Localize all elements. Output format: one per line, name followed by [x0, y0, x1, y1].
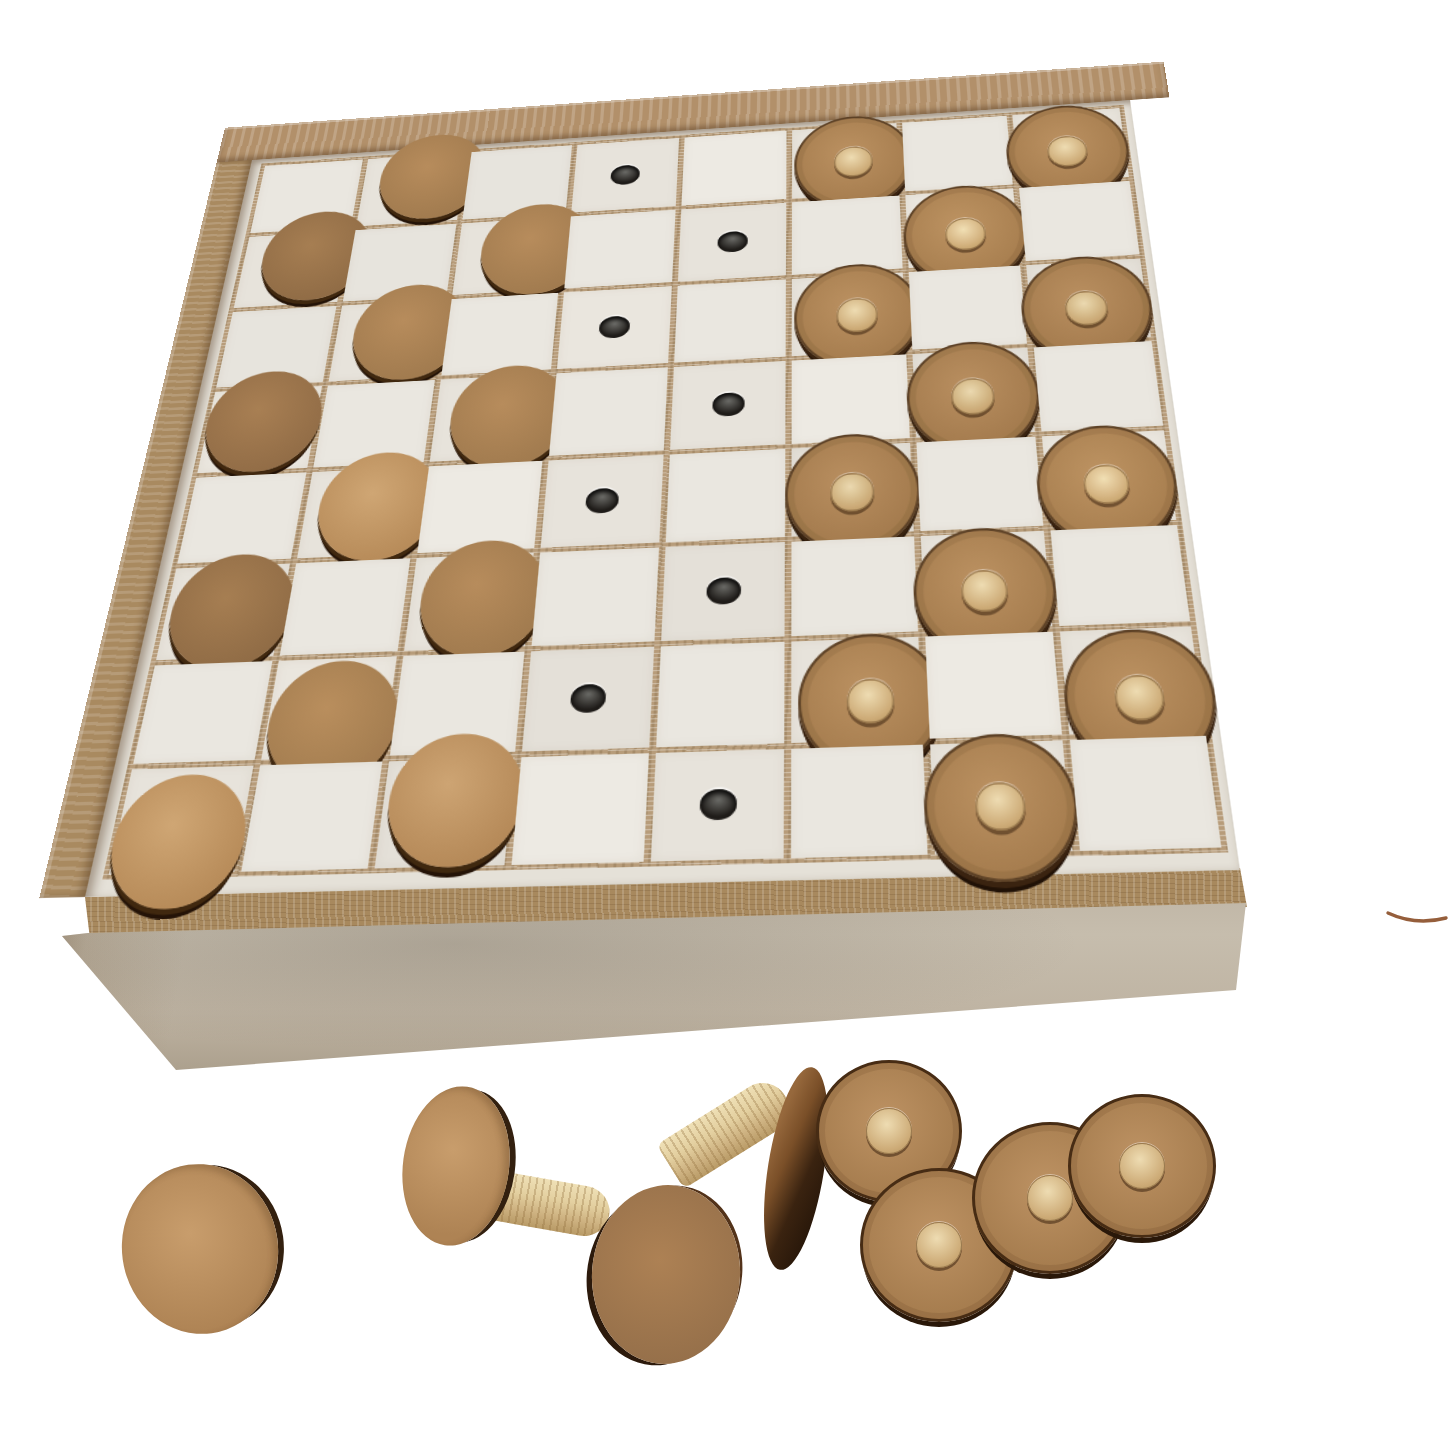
square-r5c8[interactable] [1042, 430, 1176, 525]
loose-8-pegged-disc[interactable] [1068, 1094, 1210, 1232]
square-r1c4[interactable] [571, 138, 678, 213]
peg-hole-r5c4 [585, 487, 619, 513]
peg-top [1063, 290, 1109, 326]
square-r4c6 [792, 355, 910, 444]
square-r5c6[interactable] [792, 442, 914, 536]
square-r4c4 [549, 368, 667, 456]
peg-top [847, 678, 895, 724]
peg-hole-r6c5 [706, 577, 741, 605]
square-r5c3 [418, 460, 543, 552]
square-r5c2[interactable] [297, 466, 424, 558]
square-r6c6 [791, 536, 917, 636]
square-r7c1 [133, 661, 272, 764]
square-r3c3 [442, 293, 558, 376]
peg-hole-r3c4 [599, 316, 631, 339]
peg-hole-r2c5 [717, 231, 748, 253]
square-r7c7 [925, 631, 1063, 738]
square-r7c4[interactable] [522, 646, 654, 751]
square-r4c7[interactable] [912, 348, 1035, 437]
disc-face [392, 1079, 519, 1252]
peg-hole-r7c4 [570, 683, 607, 713]
square-r7c5 [655, 641, 784, 747]
peg-top [866, 1108, 912, 1154]
peg-top [1119, 1143, 1165, 1189]
square-r7c8[interactable] [1060, 626, 1205, 734]
square-r1c7 [902, 116, 1013, 192]
square-r4c3[interactable] [430, 374, 550, 461]
peg-top [1046, 135, 1089, 167]
square-r2c5[interactable] [677, 203, 786, 282]
square-r4c5[interactable] [669, 361, 785, 449]
peg-top [834, 145, 873, 177]
square-r7c6[interactable] [791, 636, 922, 742]
square-r2c7[interactable] [905, 188, 1020, 268]
square-r3c5 [674, 280, 787, 363]
peg-hole-r4c5 [712, 392, 745, 417]
square-r1c5 [681, 131, 787, 206]
checker-flat-r8c1[interactable] [99, 773, 257, 911]
peg-top [837, 297, 879, 333]
square-r6c8 [1051, 525, 1190, 626]
square-r8c4 [511, 753, 648, 865]
loose-1-flat-disc[interactable] [122, 1164, 278, 1334]
square-r8c8 [1070, 736, 1221, 851]
square-r8c1[interactable] [109, 765, 253, 875]
square-r8c7[interactable] [930, 740, 1073, 854]
square-r6c7[interactable] [920, 530, 1053, 631]
square-r8c6 [791, 745, 927, 859]
peg-hole-r1c4 [610, 164, 640, 185]
square-r8c2 [241, 761, 383, 871]
square-r2c1[interactable] [234, 231, 350, 309]
peg-hole-r8c5 [699, 789, 737, 821]
peg-top [831, 472, 875, 512]
square-r6c1[interactable] [156, 563, 290, 660]
square-r6c5[interactable] [660, 542, 785, 641]
square-r5c1 [177, 472, 306, 563]
square-r2c4 [564, 210, 675, 289]
peg-top [1082, 464, 1131, 505]
square-r5c7 [916, 436, 1044, 531]
square-r5c4[interactable] [540, 454, 663, 547]
disc-face [111, 1154, 289, 1344]
square-r8c5[interactable] [650, 749, 784, 862]
peg-top [945, 217, 987, 251]
square-r2c3[interactable] [453, 217, 566, 295]
checkers-board [39, 64, 1240, 898]
square-r6c3[interactable] [404, 553, 533, 651]
peg-top [960, 569, 1009, 612]
square-r3c4[interactable] [557, 286, 672, 369]
checker-flat-r6c3[interactable] [413, 538, 551, 660]
square-r1c8[interactable] [1013, 108, 1129, 184]
square-r1c2[interactable] [356, 152, 467, 226]
square-r4c8 [1034, 341, 1163, 431]
peg-top [1027, 1175, 1073, 1221]
stray-mark [1385, 902, 1449, 930]
square-r7c2[interactable] [261, 656, 398, 760]
square-r6c4 [531, 547, 658, 646]
pegged-disc-face [1068, 1094, 1216, 1238]
peg-top [916, 1222, 962, 1268]
square-r2c8 [1019, 181, 1139, 261]
square-r2c6 [792, 196, 902, 275]
square-r3c2[interactable] [328, 300, 446, 382]
square-r3c8[interactable] [1027, 259, 1151, 344]
scene [0, 0, 1450, 1450]
peg-top [950, 378, 995, 416]
square-r6c2 [279, 558, 410, 655]
square-r3c6[interactable] [792, 273, 906, 357]
square-r1c6[interactable] [792, 123, 899, 198]
square-r8c3[interactable] [375, 757, 515, 868]
disc-face [586, 1180, 746, 1369]
board-grid [102, 105, 1228, 880]
square-r5c5 [665, 448, 785, 542]
peg-top [1112, 674, 1166, 721]
square-r3c7 [909, 266, 1028, 350]
peg-top [974, 782, 1027, 831]
square-r4c1[interactable] [197, 386, 321, 472]
checker-pegged-r8c7[interactable] [921, 732, 1084, 884]
